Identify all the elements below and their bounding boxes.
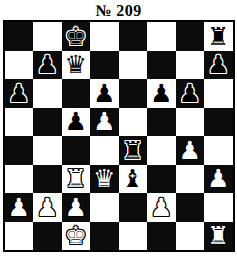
square-c1: ♚ bbox=[62, 222, 91, 251]
black-king: ♚ bbox=[65, 22, 87, 51]
square-e5 bbox=[119, 108, 148, 137]
square-d8 bbox=[90, 22, 119, 51]
square-h1: ♜ bbox=[204, 222, 233, 251]
square-e4: ♜ bbox=[119, 136, 148, 165]
black-pawn: ♟ bbox=[36, 51, 58, 80]
square-b5 bbox=[33, 108, 62, 137]
square-a2: ♟ bbox=[5, 193, 34, 222]
black-rook: ♜ bbox=[207, 22, 229, 51]
square-g3 bbox=[176, 165, 205, 194]
chess-board: ♚♜♟♛♟♟♟♟♟♟♟♜♟♜♛♝♟♟♟♟♟♚♜ bbox=[3, 20, 235, 252]
white-pawn: ♟ bbox=[179, 136, 201, 165]
black-pawn: ♟ bbox=[93, 79, 115, 108]
black-pawn: ♟ bbox=[179, 79, 201, 108]
square-b6 bbox=[33, 79, 62, 108]
square-h6 bbox=[204, 79, 233, 108]
black-pawn: ♟ bbox=[207, 51, 229, 80]
square-h8: ♜ bbox=[204, 22, 233, 51]
square-b7: ♟ bbox=[33, 51, 62, 80]
diagram-number: № 209 bbox=[0, 0, 237, 20]
square-g1 bbox=[176, 222, 205, 251]
square-e7 bbox=[119, 51, 148, 80]
square-c6 bbox=[62, 79, 91, 108]
square-c2: ♟ bbox=[62, 193, 91, 222]
square-h5 bbox=[204, 108, 233, 137]
square-f4 bbox=[147, 136, 176, 165]
square-b8 bbox=[33, 22, 62, 51]
square-h7: ♟ bbox=[204, 51, 233, 80]
square-e8 bbox=[119, 22, 148, 51]
black-pawn: ♟ bbox=[8, 79, 30, 108]
black-rook: ♜ bbox=[122, 136, 144, 165]
white-pawn: ♟ bbox=[207, 165, 229, 194]
square-b2: ♟ bbox=[33, 193, 62, 222]
square-b3 bbox=[33, 165, 62, 194]
square-f6: ♟ bbox=[147, 79, 176, 108]
square-c7: ♛ bbox=[62, 51, 91, 80]
square-g8 bbox=[176, 22, 205, 51]
square-b4 bbox=[33, 136, 62, 165]
square-d7 bbox=[90, 51, 119, 80]
square-f8 bbox=[147, 22, 176, 51]
white-rook: ♜ bbox=[207, 222, 229, 251]
square-f3 bbox=[147, 165, 176, 194]
square-h2 bbox=[204, 193, 233, 222]
white-pawn: ♟ bbox=[93, 108, 115, 137]
white-pawn: ♟ bbox=[150, 193, 172, 222]
black-pawn: ♟ bbox=[150, 79, 172, 108]
square-g6: ♟ bbox=[176, 79, 205, 108]
square-a5 bbox=[5, 108, 34, 137]
black-pawn: ♟ bbox=[65, 108, 87, 137]
square-e1 bbox=[119, 222, 148, 251]
square-a7 bbox=[5, 51, 34, 80]
white-king: ♚ bbox=[65, 222, 87, 251]
white-queen: ♛ bbox=[93, 165, 115, 194]
square-d2 bbox=[90, 193, 119, 222]
square-a6: ♟ bbox=[5, 79, 34, 108]
square-f2: ♟ bbox=[147, 193, 176, 222]
square-g4: ♟ bbox=[176, 136, 205, 165]
square-a4 bbox=[5, 136, 34, 165]
square-f5 bbox=[147, 108, 176, 137]
square-g2 bbox=[176, 193, 205, 222]
square-c4 bbox=[62, 136, 91, 165]
square-a8 bbox=[5, 22, 34, 51]
square-e6 bbox=[119, 79, 148, 108]
square-e3: ♝ bbox=[119, 165, 148, 194]
square-g5 bbox=[176, 108, 205, 137]
white-rook: ♜ bbox=[65, 165, 87, 194]
square-d3: ♛ bbox=[90, 165, 119, 194]
square-f7 bbox=[147, 51, 176, 80]
square-a1 bbox=[5, 222, 34, 251]
square-d4 bbox=[90, 136, 119, 165]
square-f1 bbox=[147, 222, 176, 251]
square-b1 bbox=[33, 222, 62, 251]
square-c3: ♜ bbox=[62, 165, 91, 194]
white-pawn: ♟ bbox=[65, 193, 87, 222]
square-h4 bbox=[204, 136, 233, 165]
white-pawn: ♟ bbox=[36, 193, 58, 222]
square-h3: ♟ bbox=[204, 165, 233, 194]
square-g7 bbox=[176, 51, 205, 80]
square-d6: ♟ bbox=[90, 79, 119, 108]
black-queen: ♛ bbox=[65, 51, 87, 80]
square-d5: ♟ bbox=[90, 108, 119, 137]
square-c8: ♚ bbox=[62, 22, 91, 51]
square-d1 bbox=[90, 222, 119, 251]
white-pawn: ♟ bbox=[8, 193, 30, 222]
square-c5: ♟ bbox=[62, 108, 91, 137]
black-bishop: ♝ bbox=[122, 165, 144, 194]
square-e2 bbox=[119, 193, 148, 222]
square-a3 bbox=[5, 165, 34, 194]
